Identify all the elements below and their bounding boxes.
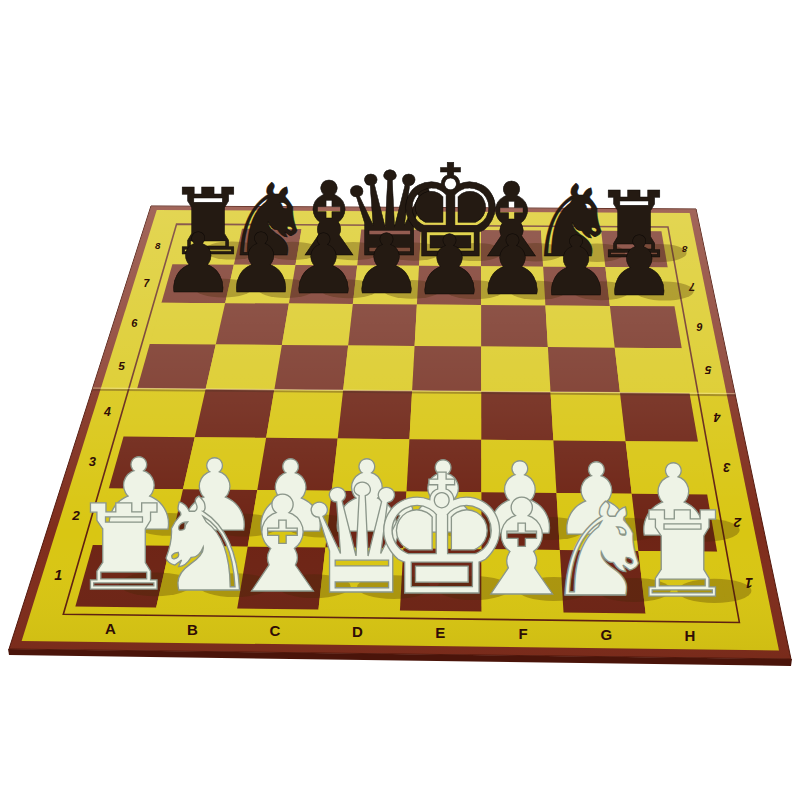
file-label-b: B [187,621,198,638]
file-label-f: F [519,625,528,642]
file-label-g: G [601,626,613,643]
chessboard-photo: ABCDEFGH1122334455667788♜♞♝♛♚♝♞♜♟♟♟♟♟♟♟♟… [0,0,800,800]
file-label-h: H [684,627,695,644]
rank-label-left-1: 1 [54,567,62,583]
file-label-c: C [269,622,280,639]
rank-label-right-6: 6 [696,321,703,333]
rank-label-right-5: 5 [704,364,711,377]
piece-white-rook-h1: ♜ [629,486,735,624]
rank-label-right-3: 3 [723,460,731,475]
rank-label-left-8: 8 [155,240,161,251]
rank-label-left-4: 4 [103,405,111,419]
file-label-a: A [105,620,116,637]
piece-black-pawn-h7: ♟ [602,218,676,314]
rank-label-left-6: 6 [131,317,138,329]
rank-label-left-5: 5 [118,359,125,372]
rank-label-right-4: 4 [714,410,722,424]
chess-board: ABCDEFGH1122334455667788♜♞♝♛♚♝♞♜♟♟♟♟♟♟♟♟… [0,0,800,800]
